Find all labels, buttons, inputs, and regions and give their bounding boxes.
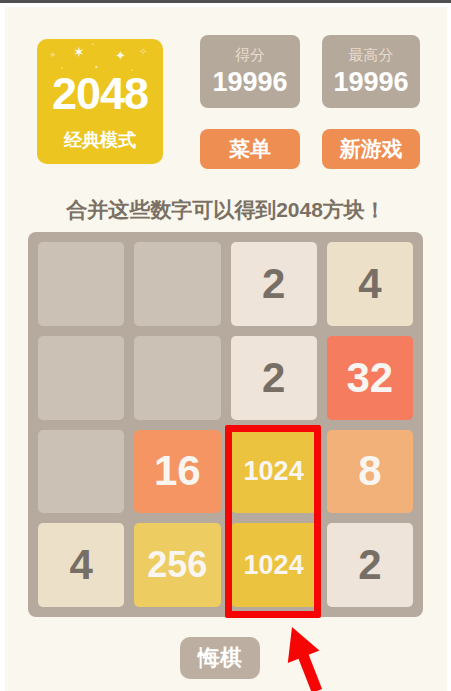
tile-4-r1c4: 4 — [327, 242, 413, 326]
logo-title: 2048 — [52, 71, 148, 116]
new-game-button[interactable]: 新游戏 — [322, 129, 420, 169]
empty-cell-r2c1 — [38, 336, 124, 420]
tile-8-r3c4: 8 — [327, 430, 413, 514]
score-label: 得分 — [235, 46, 265, 65]
hint-text: 合并这些数字可以得到2048方块！ — [5, 196, 447, 224]
tile-256-r4c2: 256 — [134, 523, 220, 607]
score-value: 19996 — [212, 67, 287, 98]
tile-32-r2c4: 32 — [327, 336, 413, 420]
tile-2-r2c3: 2 — [231, 336, 317, 420]
logo-subtitle: 经典模式 — [64, 128, 136, 152]
empty-cell-r3c1 — [38, 430, 124, 514]
score-box: 得分 19996 — [200, 35, 300, 108]
sparkle-icon: • — [95, 63, 98, 71]
game-page: 2048 经典模式 ✦✶•✦✧••• 得分 19996 最高分 19996 菜单… — [5, 7, 447, 691]
sparkle-icon: ✧ — [139, 47, 147, 57]
tile-4-r4c1: 4 — [38, 523, 124, 607]
tile-1024-r3c3: 1024 — [231, 430, 317, 514]
menu-button[interactable]: 菜单 — [200, 129, 300, 169]
tile-1024-r4c3: 1024 — [231, 523, 317, 607]
empty-cell-r1c2 — [134, 242, 220, 326]
window-top-edge — [0, 0, 451, 3]
sparkle-icon: ✶ — [73, 45, 85, 59]
sparkle-icon: ✦ — [115, 49, 126, 62]
board-grid[interactable]: 242321610248425610242 — [28, 232, 423, 617]
tile-2-r4c4: 2 — [327, 523, 413, 607]
logo-2048: 2048 经典模式 ✦✶•✦✧••• — [37, 39, 163, 164]
best-score-label: 最高分 — [349, 46, 394, 65]
empty-cell-r2c2 — [134, 336, 220, 420]
sparkle-icon: • — [131, 67, 133, 73]
sparkle-icon: ✦ — [49, 51, 57, 60]
tile-16-r3c2: 16 — [134, 430, 220, 514]
sparkle-icon: • — [61, 65, 63, 71]
undo-button[interactable]: 悔棋 — [180, 637, 260, 679]
tile-2-r1c3: 2 — [231, 242, 317, 326]
empty-cell-r1c1 — [38, 242, 124, 326]
best-score-value: 19996 — [333, 67, 408, 98]
best-score-box: 最高分 19996 — [322, 35, 420, 108]
sparkle-icon: • — [92, 41, 94, 47]
